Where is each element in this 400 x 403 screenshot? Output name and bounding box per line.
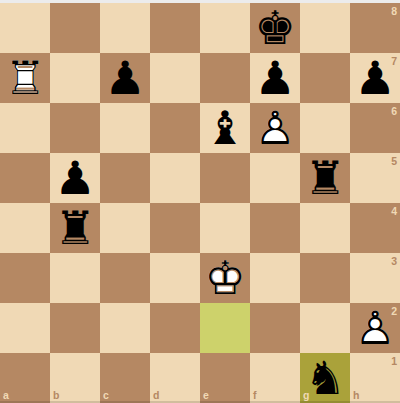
square-f5[interactable] bbox=[250, 153, 300, 203]
square-e7[interactable] bbox=[200, 53, 250, 103]
black-bishop-icon[interactable]: ♝ bbox=[200, 103, 250, 153]
square-g5[interactable]: ♜ bbox=[300, 153, 350, 203]
square-h4[interactable]: 4 bbox=[350, 203, 400, 253]
square-e8[interactable] bbox=[200, 3, 250, 53]
square-b5[interactable]: ♟ bbox=[50, 153, 100, 203]
square-c6[interactable] bbox=[100, 103, 150, 153]
black-rook-icon[interactable]: ♜ bbox=[300, 153, 350, 203]
square-c1[interactable]: c bbox=[100, 353, 150, 403]
square-a7[interactable]: ♜♖ bbox=[0, 53, 50, 103]
rank-label-4: 4 bbox=[391, 205, 397, 217]
square-h2[interactable]: 2♟♙ bbox=[350, 303, 400, 353]
rank-label-3: 3 bbox=[391, 255, 397, 267]
rank-label-5: 5 bbox=[391, 155, 397, 167]
square-f2[interactable] bbox=[250, 303, 300, 353]
square-a4[interactable] bbox=[0, 203, 50, 253]
square-d3[interactable] bbox=[150, 253, 200, 303]
square-b7[interactable] bbox=[50, 53, 100, 103]
square-d4[interactable] bbox=[150, 203, 200, 253]
black-king-icon[interactable]: ♚ bbox=[250, 3, 300, 53]
file-label-c: c bbox=[103, 389, 109, 401]
chess-board: ♚8♜♖♟♟7♟♝♟♙6♟♜5♜4♚♔32♟♙abcdefg♞h1 bbox=[0, 3, 400, 403]
square-c3[interactable] bbox=[100, 253, 150, 303]
rank-label-6: 6 bbox=[391, 105, 397, 117]
square-g4[interactable] bbox=[300, 203, 350, 253]
square-e2[interactable] bbox=[200, 303, 250, 353]
square-b3[interactable] bbox=[50, 253, 100, 303]
square-d5[interactable] bbox=[150, 153, 200, 203]
square-c2[interactable] bbox=[100, 303, 150, 353]
square-g8[interactable] bbox=[300, 3, 350, 53]
square-h5[interactable]: 5 bbox=[350, 153, 400, 203]
square-f8[interactable]: ♚ bbox=[250, 3, 300, 53]
square-h6[interactable]: 6 bbox=[350, 103, 400, 153]
square-c4[interactable] bbox=[100, 203, 150, 253]
square-h8[interactable]: 8 bbox=[350, 3, 400, 53]
file-label-d: d bbox=[153, 389, 159, 401]
square-e5[interactable] bbox=[200, 153, 250, 203]
white-rook-icon[interactable]: ♜♖ bbox=[0, 53, 50, 103]
black-pawn-icon[interactable]: ♟ bbox=[250, 53, 300, 103]
square-h1[interactable]: h1 bbox=[350, 353, 400, 403]
square-f3[interactable] bbox=[250, 253, 300, 303]
file-label-f: f bbox=[253, 389, 257, 401]
square-d2[interactable] bbox=[150, 303, 200, 353]
square-c7[interactable]: ♟ bbox=[100, 53, 150, 103]
square-c8[interactable] bbox=[100, 3, 150, 53]
square-d7[interactable] bbox=[150, 53, 200, 103]
square-e3[interactable]: ♚♔ bbox=[200, 253, 250, 303]
square-g1[interactable]: g♞ bbox=[300, 353, 350, 403]
square-g7[interactable] bbox=[300, 53, 350, 103]
square-e1[interactable]: e bbox=[200, 353, 250, 403]
black-rook-icon[interactable]: ♜ bbox=[50, 203, 100, 253]
piece-glyph-outline: ♙ bbox=[250, 103, 300, 153]
square-a3[interactable] bbox=[0, 253, 50, 303]
square-a8[interactable] bbox=[0, 3, 50, 53]
square-g2[interactable] bbox=[300, 303, 350, 353]
square-g3[interactable] bbox=[300, 253, 350, 303]
square-h7[interactable]: 7♟ bbox=[350, 53, 400, 103]
square-e6[interactable]: ♝ bbox=[200, 103, 250, 153]
square-h3[interactable]: 3 bbox=[350, 253, 400, 303]
square-d6[interactable] bbox=[150, 103, 200, 153]
square-b2[interactable] bbox=[50, 303, 100, 353]
black-pawn-icon[interactable]: ♟ bbox=[350, 53, 400, 103]
file-label-h: h bbox=[353, 389, 359, 401]
file-label-a: a bbox=[3, 389, 9, 401]
piece-glyph-outline: ♖ bbox=[0, 53, 50, 103]
square-b4[interactable]: ♜ bbox=[50, 203, 100, 253]
piece-glyph-outline: ♔ bbox=[200, 253, 250, 303]
square-b6[interactable] bbox=[50, 103, 100, 153]
square-f7[interactable]: ♟ bbox=[250, 53, 300, 103]
square-a6[interactable] bbox=[0, 103, 50, 153]
square-f4[interactable] bbox=[250, 203, 300, 253]
square-g6[interactable] bbox=[300, 103, 350, 153]
square-a5[interactable] bbox=[0, 153, 50, 203]
square-b8[interactable] bbox=[50, 3, 100, 53]
black-pawn-icon[interactable]: ♟ bbox=[50, 153, 100, 203]
square-b1[interactable]: b bbox=[50, 353, 100, 403]
square-e4[interactable] bbox=[200, 203, 250, 253]
square-c5[interactable] bbox=[100, 153, 150, 203]
file-label-e: e bbox=[203, 389, 209, 401]
rank-label-8: 8 bbox=[391, 5, 397, 17]
black-knight-icon[interactable]: ♞ bbox=[300, 353, 350, 403]
black-pawn-icon[interactable]: ♟ bbox=[100, 53, 150, 103]
square-d1[interactable]: d bbox=[150, 353, 200, 403]
square-a1[interactable]: a bbox=[0, 353, 50, 403]
white-king-icon[interactable]: ♚♔ bbox=[200, 253, 250, 303]
square-f6[interactable]: ♟♙ bbox=[250, 103, 300, 153]
file-label-b: b bbox=[53, 389, 59, 401]
square-a2[interactable] bbox=[0, 303, 50, 353]
square-d8[interactable] bbox=[150, 3, 200, 53]
white-pawn-icon[interactable]: ♟♙ bbox=[350, 303, 400, 353]
square-f1[interactable]: f bbox=[250, 353, 300, 403]
rank-label-1: 1 bbox=[391, 355, 397, 367]
white-pawn-icon[interactable]: ♟♙ bbox=[250, 103, 300, 153]
piece-glyph-outline: ♙ bbox=[350, 303, 400, 353]
